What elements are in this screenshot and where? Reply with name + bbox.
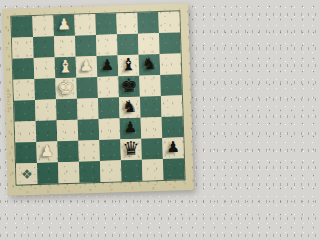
black-knight-g6[interactable]: ♞ bbox=[142, 55, 158, 72]
square-d8[interactable] bbox=[74, 14, 96, 36]
white-pawn-c8[interactable]: ♟ bbox=[57, 17, 71, 32]
square-b6[interactable] bbox=[34, 57, 56, 79]
square-c2[interactable] bbox=[57, 141, 79, 163]
square-b1[interactable] bbox=[37, 162, 59, 184]
square-g4[interactable] bbox=[140, 96, 162, 118]
file-label-b: b bbox=[38, 188, 59, 194]
square-d4[interactable] bbox=[77, 98, 99, 120]
square-g5[interactable] bbox=[139, 75, 161, 97]
square-a3[interactable] bbox=[15, 121, 37, 143]
square-b2[interactable]: ♟ bbox=[36, 141, 58, 163]
square-f2[interactable]: ♛ bbox=[120, 139, 142, 161]
square-e6[interactable]: ♟ bbox=[97, 55, 119, 77]
square-d2[interactable] bbox=[78, 140, 100, 162]
square-h7[interactable] bbox=[159, 32, 181, 54]
square-e8[interactable] bbox=[95, 13, 117, 35]
rank-label-7: 7 bbox=[5, 38, 8, 59]
square-a2[interactable] bbox=[15, 142, 37, 164]
square-f7[interactable] bbox=[117, 34, 139, 56]
file-label-e: e bbox=[101, 186, 122, 192]
white-king-c5[interactable]: ♚ bbox=[57, 77, 75, 97]
black-pawn-h2[interactable]: ♟ bbox=[166, 139, 180, 154]
black-queen-f2[interactable]: ♛ bbox=[122, 138, 140, 158]
square-a1[interactable]: ❖ bbox=[16, 163, 38, 185]
file-label-h: h bbox=[164, 184, 185, 190]
square-h3[interactable] bbox=[162, 116, 184, 138]
black-pawn-f3[interactable]: ♟ bbox=[123, 120, 137, 135]
file-label-g: g bbox=[143, 185, 164, 191]
square-b3[interactable] bbox=[36, 120, 58, 142]
square-a4[interactable] bbox=[14, 100, 36, 122]
square-d3[interactable] bbox=[78, 119, 100, 141]
square-g8[interactable] bbox=[137, 12, 159, 34]
square-e3[interactable] bbox=[99, 118, 121, 140]
square-g3[interactable] bbox=[141, 117, 163, 139]
file-label-c: c bbox=[59, 188, 80, 194]
square-a6[interactable] bbox=[13, 58, 35, 80]
file-label-f: f bbox=[122, 186, 143, 192]
square-b4[interactable] bbox=[35, 99, 57, 121]
square-g2[interactable] bbox=[141, 138, 163, 160]
black-pawn-e6[interactable]: ♟ bbox=[100, 57, 114, 72]
rank-label-3: 3 bbox=[8, 122, 11, 143]
square-c8[interactable]: ♟ bbox=[53, 15, 75, 37]
white-pawn-b2[interactable]: ♟ bbox=[40, 143, 54, 158]
square-a8[interactable] bbox=[11, 16, 33, 38]
square-b8[interactable] bbox=[32, 15, 54, 37]
square-e4[interactable] bbox=[98, 97, 120, 119]
square-h2[interactable]: ♟ bbox=[162, 137, 184, 159]
square-e5[interactable] bbox=[97, 76, 119, 98]
square-h5[interactable] bbox=[160, 74, 182, 96]
square-f5[interactable]: ♚ bbox=[118, 76, 140, 98]
square-e7[interactable] bbox=[96, 34, 118, 56]
square-b5[interactable] bbox=[34, 78, 56, 100]
square-c5[interactable]: ♚ bbox=[55, 78, 77, 100]
black-king-f5[interactable]: ♚ bbox=[120, 75, 138, 95]
square-c4[interactable] bbox=[56, 99, 78, 121]
board-logo-emblem: ❖ bbox=[21, 166, 33, 181]
white-pawn-d6[interactable]: ♟ bbox=[79, 58, 93, 73]
square-f8[interactable] bbox=[116, 13, 138, 35]
file-label-d: d bbox=[80, 187, 101, 193]
white-bishop-c6[interactable]: ♝ bbox=[58, 57, 74, 74]
square-d7[interactable] bbox=[75, 35, 97, 57]
square-h6[interactable] bbox=[160, 53, 182, 75]
square-a7[interactable] bbox=[12, 37, 34, 59]
square-d5[interactable] bbox=[76, 77, 98, 99]
black-knight-f4[interactable]: ♞ bbox=[122, 97, 138, 114]
square-d1[interactable] bbox=[79, 161, 101, 183]
black-bishop-f6[interactable]: ♝ bbox=[121, 55, 137, 72]
rank-label-8: 8 bbox=[4, 17, 7, 38]
chess-board[interactable]: ♟♝♟♟♝♞♚♚♞♟♟♛♟❖ ®CHESS abcdefgh 87654321 bbox=[2, 3, 194, 196]
square-f4[interactable]: ♞ bbox=[119, 97, 141, 119]
rank-label-1: 1 bbox=[9, 164, 12, 185]
file-label-a: a bbox=[17, 189, 38, 195]
playing-area[interactable]: ♟♝♟♟♝♞♚♚♞♟♟♛♟❖ bbox=[11, 11, 184, 184]
square-e2[interactable] bbox=[99, 139, 121, 161]
square-c3[interactable] bbox=[57, 120, 79, 142]
square-c1[interactable] bbox=[58, 162, 80, 184]
square-a5[interactable] bbox=[13, 79, 35, 101]
square-h8[interactable] bbox=[158, 11, 180, 33]
square-e1[interactable] bbox=[100, 160, 122, 182]
square-b7[interactable] bbox=[33, 36, 55, 58]
square-g6[interactable]: ♞ bbox=[139, 54, 161, 76]
square-f1[interactable] bbox=[121, 160, 143, 182]
rank-label-2: 2 bbox=[8, 143, 11, 164]
square-g1[interactable] bbox=[142, 159, 164, 181]
square-c7[interactable] bbox=[54, 36, 76, 58]
square-d6[interactable]: ♟ bbox=[76, 56, 98, 78]
square-h4[interactable] bbox=[161, 95, 183, 117]
square-h1[interactable] bbox=[163, 158, 185, 180]
square-g7[interactable] bbox=[138, 33, 160, 55]
